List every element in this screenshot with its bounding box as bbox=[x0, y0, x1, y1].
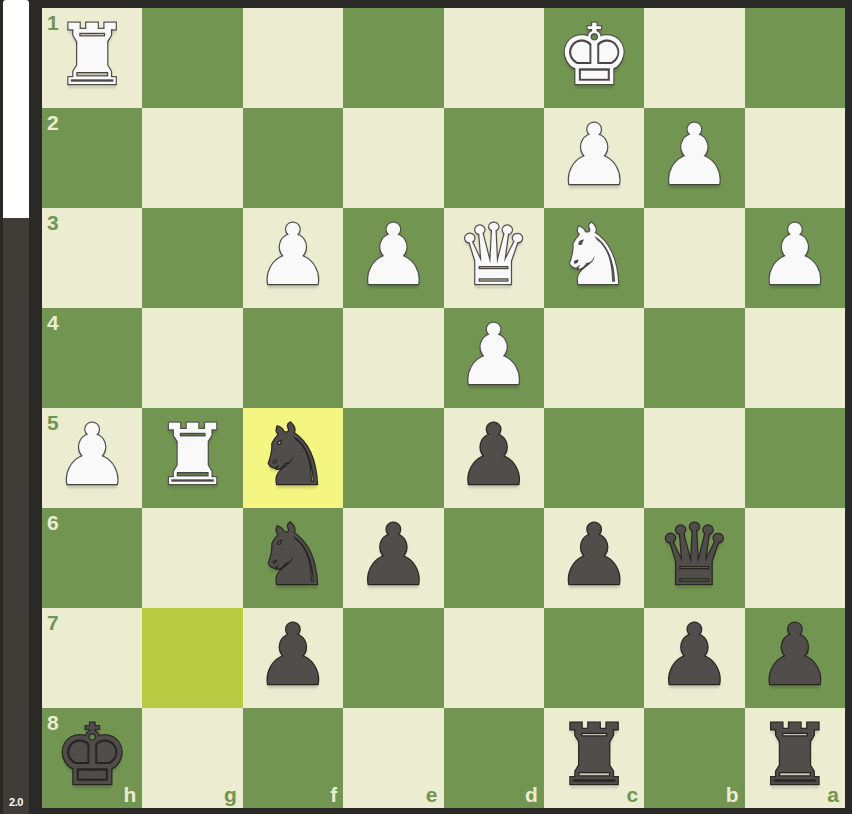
square-h8[interactable]: 8h♚ bbox=[42, 708, 142, 808]
square-g1[interactable] bbox=[142, 8, 242, 108]
piece-white-pawn-h5[interactable]: ♟ bbox=[55, 413, 130, 497]
square-d1[interactable] bbox=[444, 8, 544, 108]
evaluation-score: 2.0 bbox=[3, 796, 29, 808]
piece-white-knight-c3[interactable]: ♞ bbox=[556, 213, 631, 297]
piece-black-rook-c8[interactable]: ♜ bbox=[556, 713, 631, 797]
square-e6[interactable]: ♟ bbox=[343, 508, 443, 608]
square-a4[interactable] bbox=[745, 308, 845, 408]
rank-label-6: 6 bbox=[47, 512, 59, 533]
square-f4[interactable] bbox=[243, 308, 343, 408]
square-d8[interactable]: d bbox=[444, 708, 544, 808]
square-e4[interactable] bbox=[343, 308, 443, 408]
square-d4[interactable]: ♟ bbox=[444, 308, 544, 408]
square-f1[interactable] bbox=[243, 8, 343, 108]
piece-black-rook-a8[interactable]: ♜ bbox=[757, 713, 832, 797]
square-d3[interactable]: ♛ bbox=[444, 208, 544, 308]
evaluation-bar: 2.0 bbox=[3, 0, 29, 814]
rank-label-1: 1 bbox=[47, 12, 59, 33]
piece-black-pawn-e6[interactable]: ♟ bbox=[356, 513, 431, 597]
square-b5[interactable] bbox=[644, 408, 744, 508]
piece-white-pawn-b2[interactable]: ♟ bbox=[657, 113, 732, 197]
square-c6[interactable]: ♟ bbox=[544, 508, 644, 608]
square-b3[interactable] bbox=[644, 208, 744, 308]
square-h3[interactable]: 3 bbox=[42, 208, 142, 308]
rank-label-8: 8 bbox=[47, 712, 59, 733]
square-h4[interactable]: 4 bbox=[42, 308, 142, 408]
square-b8[interactable]: b bbox=[644, 708, 744, 808]
square-g8[interactable]: g bbox=[142, 708, 242, 808]
square-h5[interactable]: 5♟ bbox=[42, 408, 142, 508]
square-c7[interactable] bbox=[544, 608, 644, 708]
evaluation-bar-black-segment bbox=[3, 218, 29, 814]
rank-label-5: 5 bbox=[47, 412, 59, 433]
square-c3[interactable]: ♞ bbox=[544, 208, 644, 308]
square-a6[interactable] bbox=[745, 508, 845, 608]
piece-black-knight-f6[interactable]: ♞ bbox=[255, 513, 330, 597]
file-label-h: h bbox=[124, 784, 137, 805]
square-a7[interactable]: ♟ bbox=[745, 608, 845, 708]
file-label-a: a bbox=[827, 784, 839, 805]
square-f3[interactable]: ♟ bbox=[243, 208, 343, 308]
square-b2[interactable]: ♟ bbox=[644, 108, 744, 208]
file-label-b: b bbox=[726, 784, 739, 805]
square-c8[interactable]: c♜ bbox=[544, 708, 644, 808]
square-h7[interactable]: 7 bbox=[42, 608, 142, 708]
file-label-f: f bbox=[330, 784, 337, 805]
square-d7[interactable] bbox=[444, 608, 544, 708]
evaluation-bar-white-segment bbox=[3, 0, 29, 218]
square-g7[interactable] bbox=[142, 608, 242, 708]
square-b7[interactable]: ♟ bbox=[644, 608, 744, 708]
square-c1[interactable]: ♚ bbox=[544, 8, 644, 108]
chess-board: 1♜♚2♟♟3♟♟♛♞♟4♟5♟♜♞♟6♞♟♟♛7♟♟♟8h♚gfedc♜ba♜ bbox=[42, 8, 845, 808]
square-e1[interactable] bbox=[343, 8, 443, 108]
square-a8[interactable]: a♜ bbox=[745, 708, 845, 808]
piece-white-pawn-a3[interactable]: ♟ bbox=[757, 213, 832, 297]
piece-black-queen-b6[interactable]: ♛ bbox=[657, 513, 732, 597]
square-g3[interactable] bbox=[142, 208, 242, 308]
square-a1[interactable] bbox=[745, 8, 845, 108]
file-label-d: d bbox=[525, 784, 538, 805]
square-g2[interactable] bbox=[142, 108, 242, 208]
square-d6[interactable] bbox=[444, 508, 544, 608]
piece-black-pawn-b7[interactable]: ♟ bbox=[657, 613, 732, 697]
piece-white-pawn-e3[interactable]: ♟ bbox=[356, 213, 431, 297]
square-b4[interactable] bbox=[644, 308, 744, 408]
square-h1[interactable]: 1♜ bbox=[42, 8, 142, 108]
file-label-g: g bbox=[224, 784, 237, 805]
square-h6[interactable]: 6 bbox=[42, 508, 142, 608]
file-label-e: e bbox=[426, 784, 438, 805]
square-h2[interactable]: 2 bbox=[42, 108, 142, 208]
piece-white-king-c1[interactable]: ♚ bbox=[556, 13, 631, 97]
piece-white-rook-h1[interactable]: ♜ bbox=[55, 13, 130, 97]
rank-label-3: 3 bbox=[47, 212, 59, 233]
piece-white-pawn-f3[interactable]: ♟ bbox=[255, 213, 330, 297]
square-f8[interactable]: f bbox=[243, 708, 343, 808]
square-d2[interactable] bbox=[444, 108, 544, 208]
piece-black-pawn-d5[interactable]: ♟ bbox=[456, 413, 531, 497]
square-g6[interactable] bbox=[142, 508, 242, 608]
square-g4[interactable] bbox=[142, 308, 242, 408]
piece-black-king-h8[interactable]: ♚ bbox=[55, 713, 130, 797]
rank-label-2: 2 bbox=[47, 112, 59, 133]
square-g5[interactable]: ♜ bbox=[142, 408, 242, 508]
square-c5[interactable] bbox=[544, 408, 644, 508]
piece-white-queen-d3[interactable]: ♛ bbox=[456, 213, 531, 297]
piece-white-pawn-d4[interactable]: ♟ bbox=[456, 313, 531, 397]
square-e3[interactable]: ♟ bbox=[343, 208, 443, 308]
square-f5[interactable]: ♞ bbox=[243, 408, 343, 508]
square-f2[interactable] bbox=[243, 108, 343, 208]
file-label-c: c bbox=[627, 784, 639, 805]
piece-white-rook-g5[interactable]: ♜ bbox=[155, 413, 230, 497]
piece-black-knight-f5[interactable]: ♞ bbox=[255, 413, 330, 497]
piece-white-pawn-c2[interactable]: ♟ bbox=[556, 113, 631, 197]
square-b1[interactable] bbox=[644, 8, 744, 108]
piece-black-pawn-f7[interactable]: ♟ bbox=[255, 613, 330, 697]
square-a2[interactable] bbox=[745, 108, 845, 208]
rank-label-7: 7 bbox=[47, 612, 59, 633]
square-e2[interactable] bbox=[343, 108, 443, 208]
square-e8[interactable]: e bbox=[343, 708, 443, 808]
square-e7[interactable] bbox=[343, 608, 443, 708]
square-a3[interactable]: ♟ bbox=[745, 208, 845, 308]
piece-black-pawn-a7[interactable]: ♟ bbox=[757, 613, 832, 697]
square-d5[interactable]: ♟ bbox=[444, 408, 544, 508]
rank-label-4: 4 bbox=[47, 312, 59, 333]
square-b6[interactable]: ♛ bbox=[644, 508, 744, 608]
square-e5[interactable] bbox=[343, 408, 443, 508]
square-c2[interactable]: ♟ bbox=[544, 108, 644, 208]
square-a5[interactable] bbox=[745, 408, 845, 508]
square-f7[interactable]: ♟ bbox=[243, 608, 343, 708]
square-f6[interactable]: ♞ bbox=[243, 508, 343, 608]
piece-black-pawn-c6[interactable]: ♟ bbox=[556, 513, 631, 597]
square-c4[interactable] bbox=[544, 308, 644, 408]
